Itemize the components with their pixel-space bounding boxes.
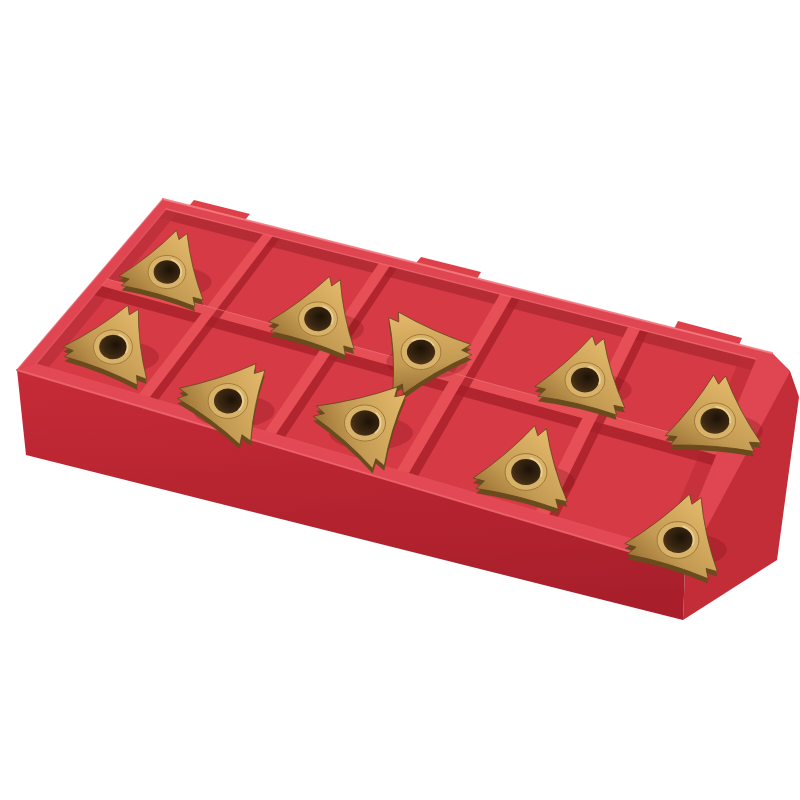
scene-svg <box>0 0 800 800</box>
product-photo-red-insert-case <box>0 0 800 800</box>
